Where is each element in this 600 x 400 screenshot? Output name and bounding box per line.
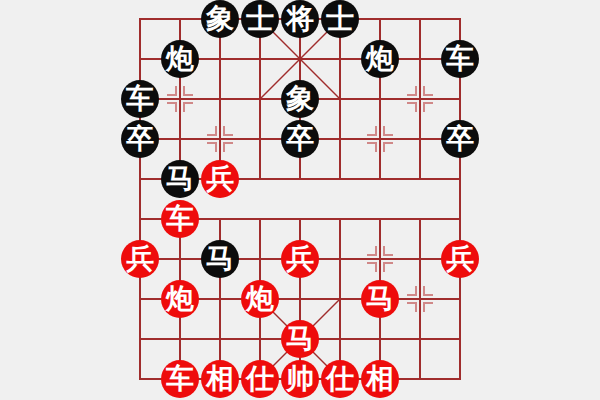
black-cannon-piece[interactable]: 炮 <box>361 40 399 78</box>
black-elephant-piece[interactable]: 象 <box>201 0 239 38</box>
red-elephant-piece[interactable]: 相 <box>361 360 399 398</box>
black-general-piece[interactable]: 将 <box>281 0 319 38</box>
red-general-piece[interactable]: 帅 <box>281 360 319 398</box>
black-horse-piece[interactable]: 马 <box>161 160 199 198</box>
black-chariot-piece[interactable]: 车 <box>121 80 159 118</box>
red-cannon-piece[interactable]: 炮 <box>161 280 199 318</box>
red-soldier-piece[interactable]: 兵 <box>201 160 239 198</box>
red-advisor-piece[interactable]: 仕 <box>241 360 279 398</box>
black-soldier-piece[interactable]: 卒 <box>121 120 159 158</box>
red-soldier-piece[interactable]: 兵 <box>441 240 479 278</box>
black-chariot-piece[interactable]: 车 <box>441 40 479 78</box>
red-cannon-piece[interactable]: 炮 <box>241 280 279 318</box>
red-advisor-piece[interactable]: 仕 <box>321 360 359 398</box>
red-chariot-piece[interactable]: 车 <box>161 360 199 398</box>
black-elephant-piece[interactable]: 象 <box>281 80 319 118</box>
black-advisor-piece[interactable]: 士 <box>241 0 279 38</box>
red-horse-piece[interactable]: 马 <box>281 320 319 358</box>
pieces-layer: 象士将士炮炮车车象卒卒卒马兵车兵马兵兵炮炮马马车相仕帅仕相 <box>120 0 480 399</box>
red-elephant-piece[interactable]: 相 <box>201 360 239 398</box>
black-advisor-piece[interactable]: 士 <box>321 0 359 38</box>
red-chariot-piece[interactable]: 车 <box>161 200 199 238</box>
black-soldier-piece[interactable]: 卒 <box>281 120 319 158</box>
black-horse-piece[interactable]: 马 <box>201 240 239 278</box>
red-horse-piece[interactable]: 马 <box>361 280 399 318</box>
black-cannon-piece[interactable]: 炮 <box>161 40 199 78</box>
xiangqi-board: 象士将士炮炮车车象卒卒卒马兵车兵马兵兵炮炮马马车相仕帅仕相 <box>0 0 600 400</box>
red-soldier-piece[interactable]: 兵 <box>121 240 159 278</box>
red-soldier-piece[interactable]: 兵 <box>281 240 319 278</box>
black-soldier-piece[interactable]: 卒 <box>441 120 479 158</box>
